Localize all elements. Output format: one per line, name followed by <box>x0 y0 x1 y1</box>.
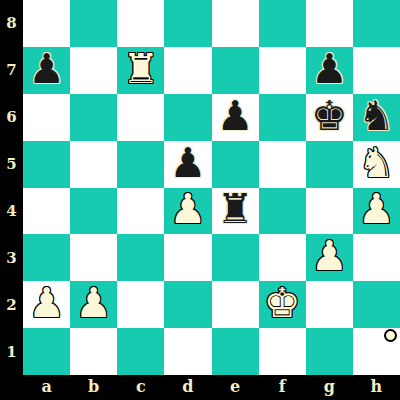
piece-white-rook-c7[interactable]: ♜ <box>122 49 159 90</box>
square-f3[interactable] <box>259 234 306 281</box>
file-label-b: b <box>70 375 117 400</box>
square-e3[interactable] <box>212 234 259 281</box>
file-label-d: d <box>164 375 211 400</box>
chess-board: ♟♜♟♟♚♞♟♞♟♜♟♟♟♟♚ <box>23 0 400 375</box>
piece-white-king-f2[interactable]: ♚ <box>264 283 301 324</box>
rank-label-2: 2 <box>0 281 23 328</box>
square-h5[interactable]: ♞ <box>353 141 400 188</box>
square-f6[interactable] <box>259 94 306 141</box>
rank-label-1: 1 <box>0 328 23 375</box>
square-g4[interactable] <box>306 188 353 235</box>
square-d6[interactable] <box>164 94 211 141</box>
square-g1[interactable] <box>306 328 353 375</box>
rank-label-6: 6 <box>0 94 23 141</box>
piece-black-pawn-d5[interactable]: ♟ <box>170 143 207 184</box>
square-f7[interactable] <box>259 47 306 94</box>
square-f2[interactable]: ♚ <box>259 281 306 328</box>
square-g5[interactable] <box>306 141 353 188</box>
square-b2[interactable]: ♟ <box>70 281 117 328</box>
square-b4[interactable] <box>70 188 117 235</box>
rank-labels: 87654321 <box>0 0 23 375</box>
square-g2[interactable] <box>306 281 353 328</box>
square-e1[interactable] <box>212 328 259 375</box>
square-b1[interactable] <box>70 328 117 375</box>
square-h3[interactable] <box>353 234 400 281</box>
square-f4[interactable] <box>259 188 306 235</box>
square-a1[interactable] <box>23 328 70 375</box>
square-d1[interactable] <box>164 328 211 375</box>
square-d2[interactable] <box>164 281 211 328</box>
square-c8[interactable] <box>117 0 164 47</box>
piece-black-pawn-g7[interactable]: ♟ <box>311 49 348 90</box>
rank-label-7: 7 <box>0 47 23 94</box>
square-c3[interactable] <box>117 234 164 281</box>
square-h4[interactable]: ♟ <box>353 188 400 235</box>
rank-label-3: 3 <box>0 234 23 281</box>
piece-black-king-g6[interactable]: ♚ <box>311 96 348 137</box>
file-label-g: g <box>306 375 353 400</box>
square-b8[interactable] <box>70 0 117 47</box>
square-f1[interactable] <box>259 328 306 375</box>
square-f8[interactable] <box>259 0 306 47</box>
square-g6[interactable]: ♚ <box>306 94 353 141</box>
piece-black-rook-e4[interactable]: ♜ <box>217 189 254 230</box>
square-g8[interactable] <box>306 0 353 47</box>
rank-label-5: 5 <box>0 141 23 188</box>
square-a7[interactable]: ♟ <box>23 47 70 94</box>
square-b6[interactable] <box>70 94 117 141</box>
file-label-e: e <box>212 375 259 400</box>
square-c4[interactable] <box>117 188 164 235</box>
square-c5[interactable] <box>117 141 164 188</box>
file-label-c: c <box>117 375 164 400</box>
square-a2[interactable]: ♟ <box>23 281 70 328</box>
white-to-move-indicator-icon <box>384 329 397 342</box>
square-a5[interactable] <box>23 141 70 188</box>
square-d7[interactable] <box>164 47 211 94</box>
square-e4[interactable]: ♜ <box>212 188 259 235</box>
file-label-f: f <box>259 375 306 400</box>
file-label-h: h <box>353 375 400 400</box>
square-c2[interactable] <box>117 281 164 328</box>
square-b3[interactable] <box>70 234 117 281</box>
square-c6[interactable] <box>117 94 164 141</box>
piece-black-pawn-e6[interactable]: ♟ <box>217 96 254 137</box>
square-a4[interactable] <box>23 188 70 235</box>
piece-white-pawn-d4[interactable]: ♟ <box>170 189 207 230</box>
square-h7[interactable] <box>353 47 400 94</box>
square-g7[interactable]: ♟ <box>306 47 353 94</box>
square-e5[interactable] <box>212 141 259 188</box>
square-b5[interactable] <box>70 141 117 188</box>
square-f5[interactable] <box>259 141 306 188</box>
square-d5[interactable]: ♟ <box>164 141 211 188</box>
square-b7[interactable] <box>70 47 117 94</box>
square-a8[interactable] <box>23 0 70 47</box>
rank-label-4: 4 <box>0 188 23 235</box>
piece-black-knight-h6[interactable]: ♞ <box>358 96 395 137</box>
square-h2[interactable] <box>353 281 400 328</box>
square-d3[interactable] <box>164 234 211 281</box>
square-e8[interactable] <box>212 0 259 47</box>
rank-label-8: 8 <box>0 0 23 47</box>
file-labels: abcdefgh <box>23 375 400 400</box>
square-g3[interactable]: ♟ <box>306 234 353 281</box>
square-a3[interactable] <box>23 234 70 281</box>
piece-white-pawn-a2[interactable]: ♟ <box>28 283 65 324</box>
piece-white-pawn-b2[interactable]: ♟ <box>75 283 112 324</box>
piece-black-pawn-a7[interactable]: ♟ <box>28 49 65 90</box>
chess-diagram: 87654321 ♟♜♟♟♚♞♟♞♟♜♟♟♟♟♚ abcdefgh <box>0 0 400 400</box>
square-a6[interactable] <box>23 94 70 141</box>
square-e6[interactable]: ♟ <box>212 94 259 141</box>
square-d4[interactable]: ♟ <box>164 188 211 235</box>
piece-white-knight-h5[interactable]: ♞ <box>358 143 395 184</box>
piece-white-pawn-g3[interactable]: ♟ <box>311 236 348 277</box>
square-h8[interactable] <box>353 0 400 47</box>
piece-white-pawn-h4[interactable]: ♟ <box>358 189 395 230</box>
file-label-a: a <box>23 375 70 400</box>
square-e7[interactable] <box>212 47 259 94</box>
square-d8[interactable] <box>164 0 211 47</box>
square-e2[interactable] <box>212 281 259 328</box>
square-c1[interactable] <box>117 328 164 375</box>
square-c7[interactable]: ♜ <box>117 47 164 94</box>
square-h6[interactable]: ♞ <box>353 94 400 141</box>
